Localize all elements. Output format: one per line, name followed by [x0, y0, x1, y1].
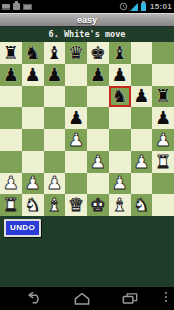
status-bar: 15:01 [0, 0, 174, 13]
square-h2[interactable] [152, 173, 174, 195]
square-e2[interactable] [87, 173, 109, 195]
square-h5[interactable]: ♟ [152, 107, 174, 129]
square-a6[interactable] [0, 86, 22, 108]
white-pawn-piece: ♟ [133, 153, 149, 171]
black-knight-piece: ♞ [112, 87, 128, 105]
menu-icon[interactable] [165, 292, 167, 302]
square-a7[interactable]: ♟ [0, 64, 22, 86]
square-d7[interactable] [65, 64, 87, 86]
black-bishop-piece: ♝ [46, 44, 62, 62]
square-f1[interactable]: ♝ [109, 194, 131, 216]
white-queen-piece: ♛ [68, 196, 84, 214]
keyboard-icon [23, 4, 32, 10]
square-e1[interactable]: ♚ [87, 194, 109, 216]
square-c5[interactable] [44, 107, 66, 129]
black-pawn-piece: ♟ [25, 66, 41, 84]
black-pawn-piece: ♟ [3, 66, 19, 84]
alarm-clock-icon [119, 2, 128, 11]
white-pawn-piece: ♟ [25, 174, 41, 192]
black-pawn-piece: ♟ [112, 66, 128, 84]
square-c7[interactable]: ♟ [44, 64, 66, 86]
square-f6[interactable]: ♞ [109, 86, 131, 108]
black-rook-piece: ♜ [155, 87, 171, 105]
square-f5[interactable] [109, 107, 131, 129]
white-rook-piece: ♜ [155, 153, 171, 171]
chess-app-screen: 15:01 easy 6. White's move ♜♞♝♛♚♝♟♟♟♟♟♞♟… [0, 0, 174, 310]
square-b7[interactable]: ♟ [22, 64, 44, 86]
square-g2[interactable] [131, 173, 153, 195]
white-pawn-piece: ♟ [112, 174, 128, 192]
square-c3[interactable] [44, 151, 66, 173]
system-status-area: 15:01 [119, 0, 172, 13]
square-d3[interactable] [65, 151, 87, 173]
square-d2[interactable] [65, 173, 87, 195]
square-b1[interactable]: ♞ [22, 194, 44, 216]
usb-icon [13, 3, 20, 10]
white-pawn-piece: ♟ [46, 174, 62, 192]
square-f7[interactable]: ♟ [109, 64, 131, 86]
square-e6[interactable] [87, 86, 109, 108]
square-c4[interactable] [44, 129, 66, 151]
square-h8[interactable] [152, 42, 174, 64]
square-f8[interactable]: ♝ [109, 42, 131, 64]
square-d6[interactable] [65, 86, 87, 108]
nav-buttons [24, 287, 140, 310]
black-queen-piece: ♛ [68, 44, 84, 62]
square-d4[interactable]: ♟ [65, 129, 87, 151]
black-king-piece: ♚ [90, 44, 106, 62]
battery-icon [141, 3, 146, 11]
square-c8[interactable]: ♝ [44, 42, 66, 64]
square-h4[interactable]: ♟ [152, 129, 174, 151]
square-b5[interactable] [22, 107, 44, 129]
back-icon[interactable] [24, 291, 44, 306]
square-h1[interactable] [152, 194, 174, 216]
white-pawn-piece: ♟ [68, 131, 84, 149]
notification-area [2, 0, 32, 13]
black-pawn-piece: ♟ [155, 109, 171, 127]
square-g5[interactable] [131, 107, 153, 129]
black-knight-piece: ♞ [25, 44, 41, 62]
black-pawn-piece: ♟ [90, 66, 106, 84]
square-f3[interactable] [109, 151, 131, 173]
square-c6[interactable] [44, 86, 66, 108]
square-a5[interactable] [0, 107, 22, 129]
square-e8[interactable]: ♚ [87, 42, 109, 64]
square-e4[interactable] [87, 129, 109, 151]
white-knight-piece: ♞ [25, 196, 41, 214]
square-g7[interactable] [131, 64, 153, 86]
square-g1[interactable]: ♞ [131, 194, 153, 216]
square-b4[interactable] [22, 129, 44, 151]
app-title: easy [77, 15, 97, 25]
square-b2[interactable]: ♟ [22, 173, 44, 195]
square-b8[interactable]: ♞ [22, 42, 44, 64]
square-g8[interactable] [131, 42, 153, 64]
black-pawn-piece: ♟ [133, 87, 149, 105]
square-a1[interactable]: ♜ [0, 194, 22, 216]
black-rook-piece: ♜ [3, 44, 19, 62]
navigation-bar [0, 287, 174, 310]
white-rook-piece: ♜ [3, 196, 19, 214]
square-e7[interactable]: ♟ [87, 64, 109, 86]
black-pawn-piece: ♟ [68, 109, 84, 127]
white-pawn-piece: ♟ [90, 153, 106, 171]
signal-icon [130, 3, 138, 11]
square-d1[interactable]: ♛ [65, 194, 87, 216]
white-knight-piece: ♞ [133, 196, 149, 214]
square-d5[interactable]: ♟ [65, 107, 87, 129]
white-bishop-piece: ♝ [46, 196, 62, 214]
black-bishop-piece: ♝ [112, 44, 128, 62]
square-a4[interactable] [0, 129, 22, 151]
square-h3[interactable]: ♜ [152, 151, 174, 173]
white-pawn-piece: ♟ [3, 174, 19, 192]
home-icon[interactable] [72, 291, 92, 306]
square-a8[interactable]: ♜ [0, 42, 22, 64]
square-b3[interactable] [22, 151, 44, 173]
square-b6[interactable] [22, 86, 44, 108]
recents-icon[interactable] [120, 291, 140, 306]
undo-button[interactable]: UNDO [4, 219, 41, 237]
white-bishop-piece: ♝ [112, 196, 128, 214]
square-a3[interactable] [0, 151, 22, 173]
square-g3[interactable]: ♟ [131, 151, 153, 173]
square-a2[interactable]: ♟ [0, 173, 22, 195]
square-c2[interactable]: ♟ [44, 173, 66, 195]
sms-icon [2, 4, 10, 10]
white-pawn-piece: ♟ [155, 131, 171, 149]
square-d8[interactable]: ♛ [65, 42, 87, 64]
square-c1[interactable]: ♝ [44, 194, 66, 216]
square-h7[interactable] [152, 64, 174, 86]
square-g4[interactable] [131, 129, 153, 151]
square-f4[interactable] [109, 129, 131, 151]
white-king-piece: ♚ [90, 196, 106, 214]
square-h6[interactable]: ♜ [152, 86, 174, 108]
clock-time: 15:01 [150, 2, 172, 11]
title-bar: easy [0, 13, 174, 27]
square-e3[interactable]: ♟ [87, 151, 109, 173]
square-e5[interactable] [87, 107, 109, 129]
chess-board: ♜♞♝♛♚♝♟♟♟♟♟♞♟♜♟♟♟♟♟♟♜♟♟♟♟♜♞♝♛♚♝♞ [0, 42, 174, 216]
black-pawn-piece: ♟ [46, 66, 62, 84]
square-f2[interactable]: ♟ [109, 173, 131, 195]
square-g6[interactable]: ♟ [131, 86, 153, 108]
move-status: 6. White's move [0, 29, 174, 39]
